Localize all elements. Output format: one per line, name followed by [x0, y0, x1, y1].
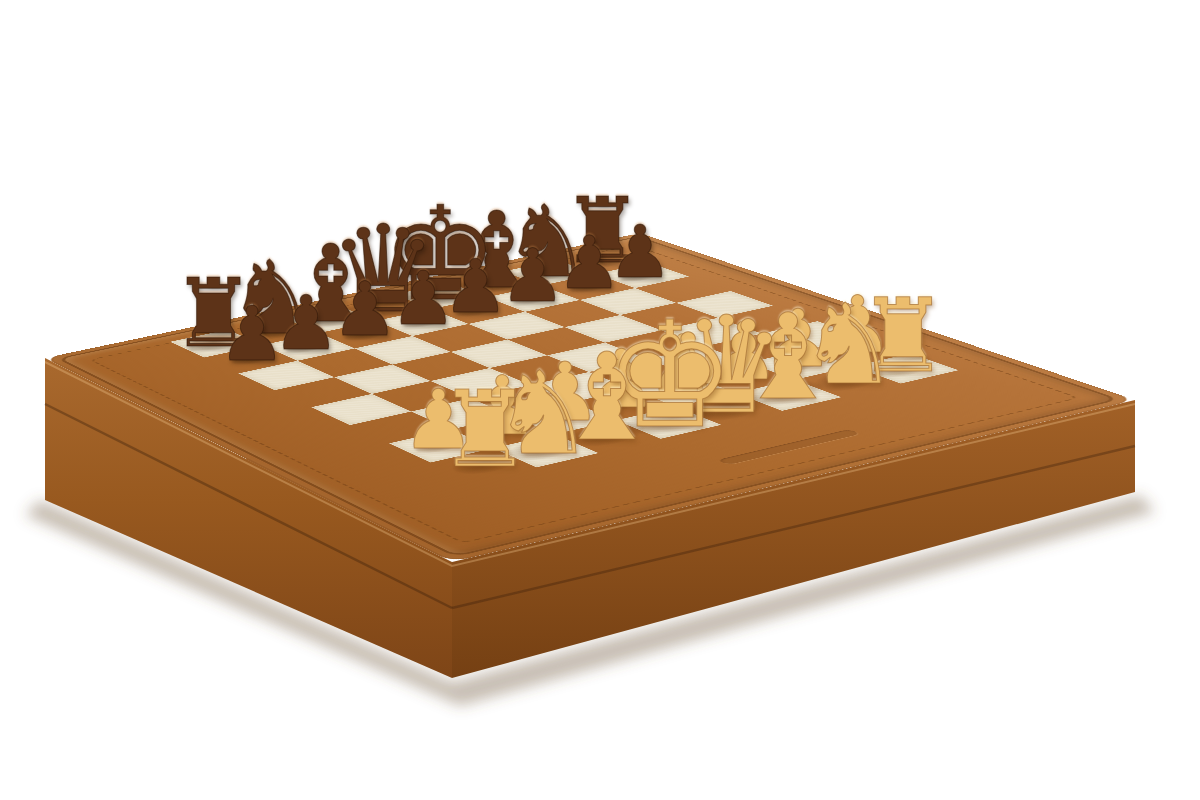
black-pawn-c7[interactable]: ♟ [332, 273, 399, 348]
black-pawn-a7[interactable]: ♟ [218, 297, 286, 372]
black-pawn-d7[interactable]: ♟ [390, 261, 456, 335]
black-pawn-f7[interactable]: ♟ [500, 238, 566, 311]
white-rook-a1[interactable]: ♜ [437, 378, 532, 484]
black-pawn-g7[interactable]: ♟ [557, 227, 622, 300]
product-photo-scene: ♜♞♟♝♟♚♟♛♟♝♟♞♟♜♟♟♟♟♜♟♞♟♝♟♛♟♚♟♝♟♞♜ [0, 0, 1200, 800]
